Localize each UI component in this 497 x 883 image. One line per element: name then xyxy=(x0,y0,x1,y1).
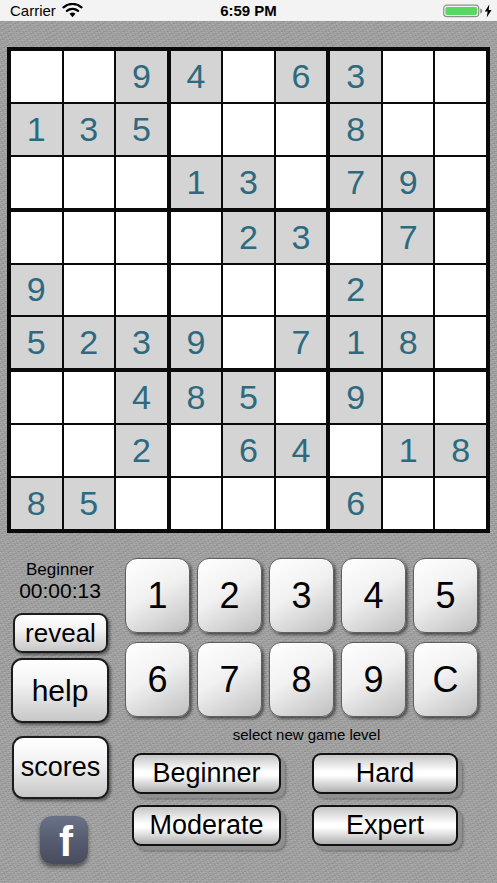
key-4[interactable]: 4 xyxy=(341,558,406,633)
cell-r6c3[interactable]: 3 xyxy=(116,317,167,368)
level-select-buttons: Beginner Hard Moderate Expert xyxy=(132,753,458,846)
cell-r1c1[interactable] xyxy=(11,51,62,102)
facebook-button[interactable]: f xyxy=(40,816,88,864)
cell-r7c4[interactable]: 8 xyxy=(171,372,222,423)
current-level-label: Beginner xyxy=(2,560,118,580)
cell-r7c3[interactable]: 4 xyxy=(116,372,167,423)
cell-r5c3[interactable] xyxy=(116,265,167,316)
block-8: 8564 xyxy=(171,372,327,529)
cell-r5c6[interactable] xyxy=(276,265,327,316)
block-2: 4613 xyxy=(171,51,327,208)
cell-r4c5[interactable]: 2 xyxy=(223,212,274,263)
sudoku-board: 913546133879952323977218428585649186 xyxy=(7,47,490,533)
cell-r1c5[interactable] xyxy=(223,51,274,102)
cell-r8c3[interactable]: 2 xyxy=(116,425,167,476)
cell-r5c1[interactable]: 9 xyxy=(11,265,62,316)
cell-r3c1[interactable] xyxy=(11,157,62,208)
cell-r1c9[interactable] xyxy=(435,51,486,102)
cell-r9c1[interactable]: 8 xyxy=(11,478,62,529)
cell-r2c2[interactable]: 3 xyxy=(64,104,115,155)
cell-r4c2[interactable] xyxy=(64,212,115,263)
cell-r1c7[interactable]: 3 xyxy=(330,51,381,102)
cell-r8c4[interactable] xyxy=(171,425,222,476)
cell-r8c2[interactable] xyxy=(64,425,115,476)
cell-r1c2[interactable] xyxy=(64,51,115,102)
key-clear[interactable]: C xyxy=(413,642,478,717)
key-9[interactable]: 9 xyxy=(341,642,406,717)
level-expert-button[interactable]: Expert xyxy=(312,805,458,846)
cell-r5c7[interactable]: 2 xyxy=(330,265,381,316)
cell-r8c6[interactable]: 4 xyxy=(276,425,327,476)
block-3: 3879 xyxy=(330,51,486,208)
number-keypad: 1 2 3 4 5 6 7 8 9 C xyxy=(125,558,478,717)
level-moderate-button[interactable]: Moderate xyxy=(132,805,281,846)
cell-r6c1[interactable]: 5 xyxy=(11,317,62,368)
cell-r3c2[interactable] xyxy=(64,157,115,208)
cell-r5c5[interactable] xyxy=(223,265,274,316)
level-select-caption: select new game level xyxy=(133,726,480,743)
key-8[interactable]: 8 xyxy=(269,642,334,717)
cell-r8c7[interactable] xyxy=(330,425,381,476)
key-5[interactable]: 5 xyxy=(413,558,478,633)
cell-r3c3[interactable] xyxy=(116,157,167,208)
key-2[interactable]: 2 xyxy=(197,558,262,633)
cell-r2c5[interactable] xyxy=(223,104,274,155)
cell-r9c9[interactable] xyxy=(435,478,486,529)
cell-r2c9[interactable] xyxy=(435,104,486,155)
cell-r4c6[interactable]: 3 xyxy=(276,212,327,263)
status-bar: Carrier 6:59 PM xyxy=(0,0,497,21)
cell-r7c8[interactable] xyxy=(383,372,434,423)
cell-r9c2[interactable]: 5 xyxy=(64,478,115,529)
cell-r2c7[interactable]: 8 xyxy=(330,104,381,155)
level-hard-button[interactable]: Hard xyxy=(312,753,458,794)
facebook-f-icon: f xyxy=(59,820,73,864)
cell-r4c8[interactable]: 7 xyxy=(383,212,434,263)
cell-r7c2[interactable] xyxy=(64,372,115,423)
level-beginner-button[interactable]: Beginner xyxy=(132,753,281,794)
game-timer: 00:00:13 xyxy=(2,579,118,603)
help-button[interactable]: help xyxy=(11,658,109,723)
scores-button[interactable]: scores xyxy=(12,736,109,799)
cell-r2c8[interactable] xyxy=(383,104,434,155)
cell-r2c6[interactable] xyxy=(276,104,327,155)
status-bar-right xyxy=(443,0,493,21)
cell-r2c3[interactable]: 5 xyxy=(116,104,167,155)
cell-r5c2[interactable] xyxy=(64,265,115,316)
cell-r4c3[interactable] xyxy=(116,212,167,263)
cell-r4c9[interactable] xyxy=(435,212,486,263)
cell-r1c3[interactable]: 9 xyxy=(116,51,167,102)
key-6[interactable]: 6 xyxy=(125,642,190,717)
cell-r3c6[interactable] xyxy=(276,157,327,208)
cell-r3c4[interactable]: 1 xyxy=(171,157,222,208)
block-5: 2397 xyxy=(171,212,327,369)
cell-r8c5[interactable]: 6 xyxy=(223,425,274,476)
cell-r6c2[interactable]: 2 xyxy=(64,317,115,368)
cell-r3c5[interactable]: 3 xyxy=(223,157,274,208)
key-1[interactable]: 1 xyxy=(125,558,190,633)
cell-r6c8[interactable]: 8 xyxy=(383,317,434,368)
cell-r7c9[interactable] xyxy=(435,372,486,423)
cell-r7c1[interactable] xyxy=(11,372,62,423)
cell-r7c6[interactable] xyxy=(276,372,327,423)
cell-r8c9[interactable]: 8 xyxy=(435,425,486,476)
reveal-button[interactable]: reveal xyxy=(13,613,108,653)
cell-r9c7[interactable]: 6 xyxy=(330,478,381,529)
battery-charging-icon xyxy=(443,4,493,18)
charging-bolt-icon xyxy=(485,4,492,17)
cell-r1c6[interactable]: 6 xyxy=(276,51,327,102)
cell-r5c9[interactable] xyxy=(435,265,486,316)
cell-r9c8[interactable] xyxy=(383,478,434,529)
cell-r2c1[interactable]: 1 xyxy=(11,104,62,155)
cell-r1c8[interactable] xyxy=(383,51,434,102)
cell-r4c4[interactable] xyxy=(171,212,222,263)
cell-r4c1[interactable] xyxy=(11,212,62,263)
cell-r2c4[interactable] xyxy=(171,104,222,155)
cell-r8c8[interactable]: 1 xyxy=(383,425,434,476)
key-7[interactable]: 7 xyxy=(197,642,262,717)
block-1: 9135 xyxy=(11,51,167,208)
block-9: 9186 xyxy=(330,372,486,529)
cell-r6c4[interactable]: 9 xyxy=(171,317,222,368)
cell-r8c1[interactable] xyxy=(11,425,62,476)
key-3[interactable]: 3 xyxy=(269,558,334,633)
cell-r9c5[interactable] xyxy=(223,478,274,529)
block-6: 7218 xyxy=(330,212,486,369)
cell-r6c6[interactable]: 7 xyxy=(276,317,327,368)
cell-r6c7[interactable]: 1 xyxy=(330,317,381,368)
clock-label: 6:59 PM xyxy=(220,2,277,19)
cell-r7c5[interactable]: 5 xyxy=(223,372,274,423)
cell-r5c4[interactable] xyxy=(171,265,222,316)
cell-r5c8[interactable] xyxy=(383,265,434,316)
cell-r4c7[interactable] xyxy=(330,212,381,263)
cell-r6c9[interactable] xyxy=(435,317,486,368)
cell-r9c3[interactable] xyxy=(116,478,167,529)
cell-r6c5[interactable] xyxy=(223,317,274,368)
cell-r3c9[interactable] xyxy=(435,157,486,208)
cell-r3c7[interactable]: 7 xyxy=(330,157,381,208)
status-bar-center: 6:59 PM xyxy=(0,0,497,21)
cell-r1c4[interactable]: 4 xyxy=(171,51,222,102)
cell-r9c6[interactable] xyxy=(276,478,327,529)
block-7: 4285 xyxy=(11,372,167,529)
app-screen: Carrier 6:59 PM 913546133879952323977218… xyxy=(0,0,497,883)
cell-r7c7[interactable]: 9 xyxy=(330,372,381,423)
cell-r3c8[interactable]: 9 xyxy=(383,157,434,208)
block-4: 9523 xyxy=(11,212,167,369)
cell-r9c4[interactable] xyxy=(171,478,222,529)
